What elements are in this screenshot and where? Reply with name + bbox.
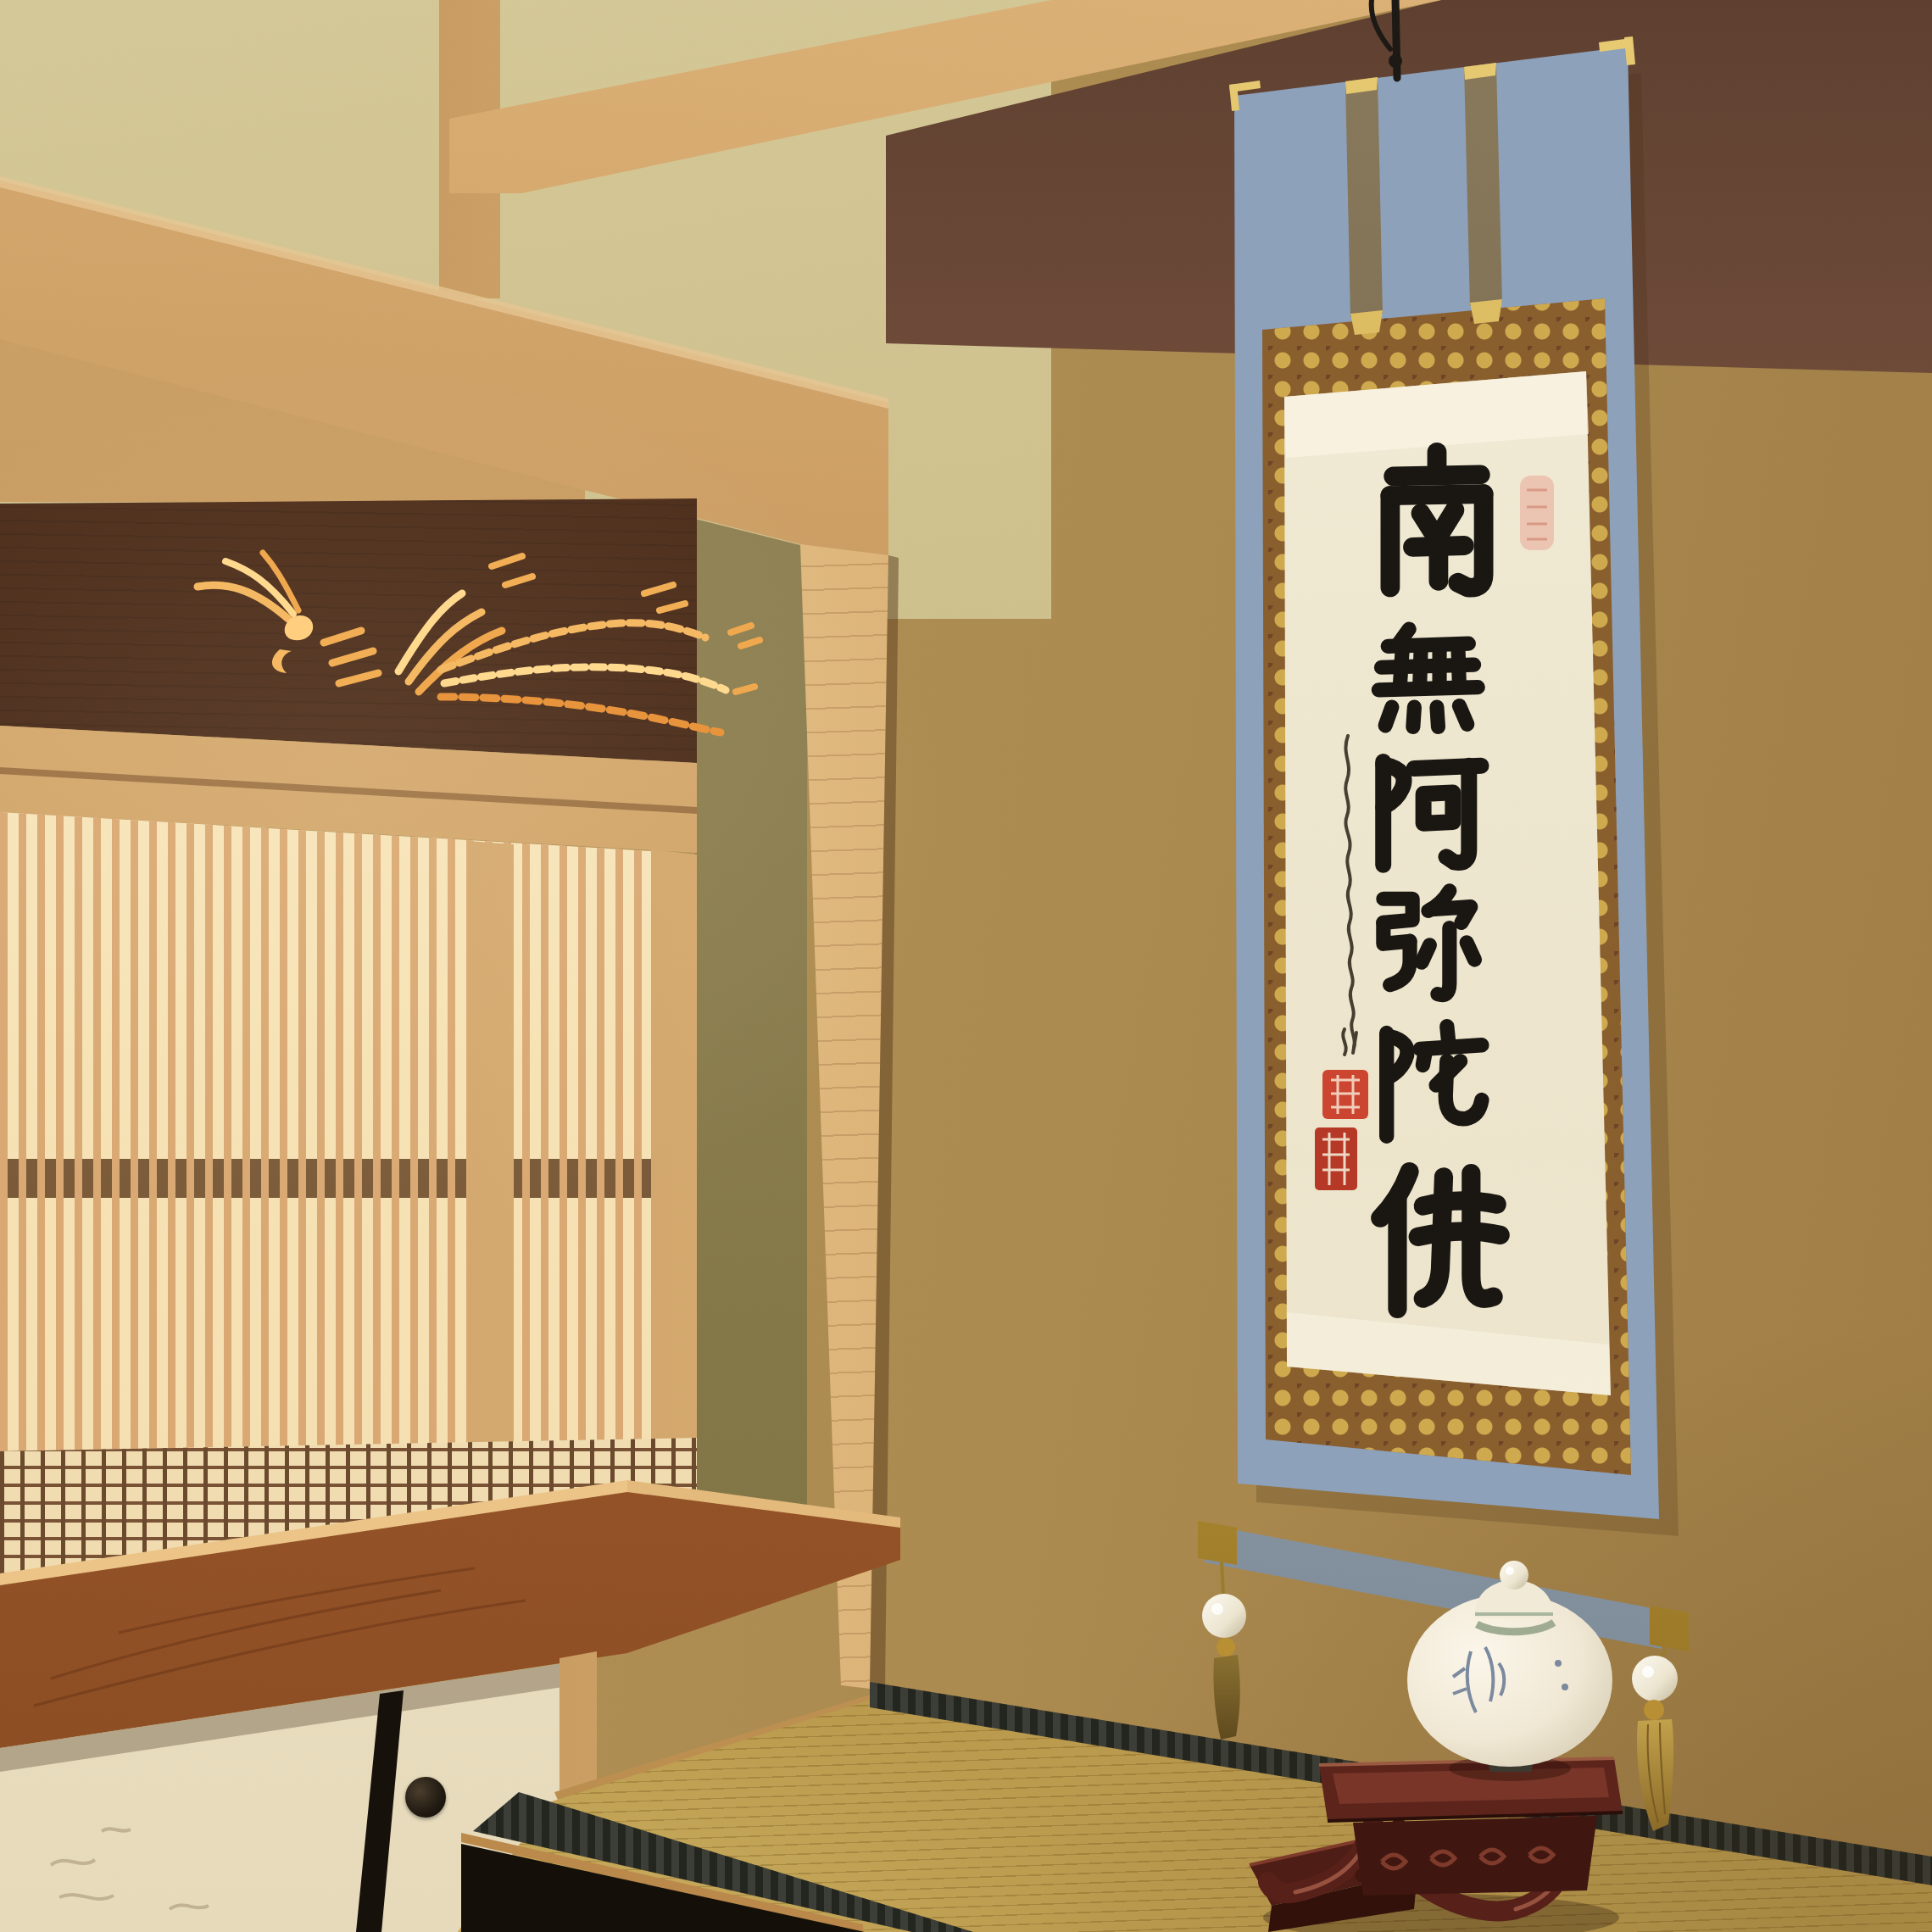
paper-seal bbox=[1520, 476, 1554, 550]
calligraphy-character-5 bbox=[1387, 1027, 1482, 1137]
hanging-cord bbox=[1372, 0, 1402, 78]
calligraphy-character-2 bbox=[1378, 629, 1478, 727]
artist-seal-2 bbox=[1315, 1127, 1357, 1190]
ceramic-jar bbox=[1407, 1561, 1612, 1781]
calligraphy-character-6 bbox=[1380, 1172, 1500, 1309]
tokonoma-room-photo: 南無阿弥陀佛 bbox=[0, 0, 1932, 1932]
door-scribbles bbox=[51, 1829, 209, 1909]
fuchin-right bbox=[1632, 1650, 1678, 1831]
calligraphy-character-4 bbox=[1384, 891, 1475, 995]
counter-grain bbox=[34, 1568, 526, 1706]
calligraphy-character-1 bbox=[1390, 452, 1484, 587]
phoenix-carving bbox=[198, 553, 760, 732]
calligraphy-character-3 bbox=[1384, 762, 1481, 866]
fuchin-left bbox=[1202, 1562, 1246, 1740]
incense-stand bbox=[1250, 1758, 1623, 1932]
art-overlay bbox=[0, 0, 1932, 1932]
artist-seal-1 bbox=[1322, 1070, 1368, 1119]
signature-column bbox=[1343, 736, 1356, 1055]
